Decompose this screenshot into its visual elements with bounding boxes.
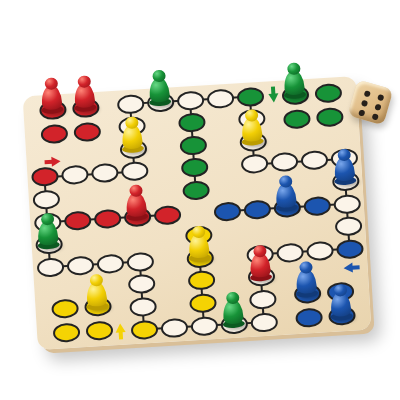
die-pip [358,109,365,116]
track-field[interactable] [60,165,88,186]
green-field[interactable] [177,112,205,133]
pawn-green[interactable] [36,212,60,249]
pawn-green[interactable] [282,62,306,99]
die-pip [361,100,368,107]
red-field[interactable] [93,208,121,229]
pawn-blue[interactable] [274,175,298,212]
pawn-head [253,245,267,258]
pawn-head [89,274,103,287]
green-field[interactable] [182,180,210,201]
red-field[interactable] [30,167,58,188]
red-field[interactable] [73,122,101,143]
green-field[interactable] [282,109,310,130]
pawn-blue[interactable] [294,261,318,298]
ludo-board [23,76,372,350]
die-pip [374,104,381,111]
yellow-field[interactable] [52,323,80,344]
track-field[interactable] [126,251,154,272]
track-field[interactable] [66,255,94,276]
track-field[interactable] [36,257,64,278]
pawn-yellow[interactable] [85,274,109,311]
blue-field[interactable] [213,201,241,222]
track-field[interactable] [305,240,333,261]
pawn-red[interactable] [124,184,148,221]
die-pip [364,90,371,97]
track-field[interactable] [276,242,304,263]
die-pip [377,94,384,101]
red-field[interactable] [40,124,68,145]
blue-field[interactable] [243,199,271,220]
green-field[interactable] [314,83,342,104]
track-field[interactable] [300,150,328,171]
pawn-head [152,70,166,83]
track-field[interactable] [160,317,188,338]
yellow-field[interactable] [130,319,158,340]
track-field[interactable] [333,194,361,215]
track-field[interactable] [240,154,268,175]
track-field[interactable] [270,152,298,173]
pawn-head [40,212,54,225]
green-field[interactable] [179,135,207,156]
yellow-field[interactable] [188,293,216,314]
track-field[interactable] [127,274,155,295]
pawn-head [299,261,313,274]
track-field[interactable] [129,297,157,318]
blue-field[interactable] [335,239,363,260]
yellow-field[interactable] [51,298,79,319]
green-start-arrow-icon [267,86,278,104]
pawn-head [278,175,292,188]
red-field[interactable] [153,205,181,226]
pawn-blue[interactable] [332,149,356,186]
track-field[interactable] [32,189,60,210]
track-field[interactable] [176,90,204,111]
blue-start-arrow-icon [342,263,360,274]
pawn-head [333,284,347,297]
green-field[interactable] [180,158,208,179]
pawn-yellow[interactable] [187,225,211,262]
red-start-arrow-icon [44,156,62,167]
track-field[interactable] [96,253,124,274]
track-field[interactable] [116,94,144,115]
green-field[interactable] [315,107,343,128]
track-field[interactable] [206,88,234,109]
track-field[interactable] [90,163,118,184]
die-pip [372,113,379,120]
track-field[interactable] [190,315,218,336]
pawn-yellow[interactable] [240,109,264,146]
yellow-field[interactable] [85,321,113,342]
pawn-green[interactable] [221,291,245,328]
pawn-head [129,184,143,197]
pawn-red[interactable] [248,244,272,281]
track-field[interactable] [250,312,278,333]
track-field[interactable] [334,216,362,237]
scene [0,0,400,400]
yellow-field[interactable] [187,270,215,291]
blue-field[interactable] [303,195,331,216]
pawn-head [225,292,239,305]
pawn-green[interactable] [147,69,171,106]
track-field[interactable] [120,161,148,182]
blue-field[interactable] [295,308,323,329]
pawn-blue[interactable] [329,284,353,321]
pawn-red[interactable] [39,77,63,114]
pawn-red[interactable] [72,75,96,112]
green-field[interactable] [236,86,264,107]
red-field[interactable] [63,210,91,231]
track-field[interactable] [248,289,276,310]
pawn-yellow[interactable] [120,116,144,153]
yellow-start-arrow-icon [115,322,126,340]
